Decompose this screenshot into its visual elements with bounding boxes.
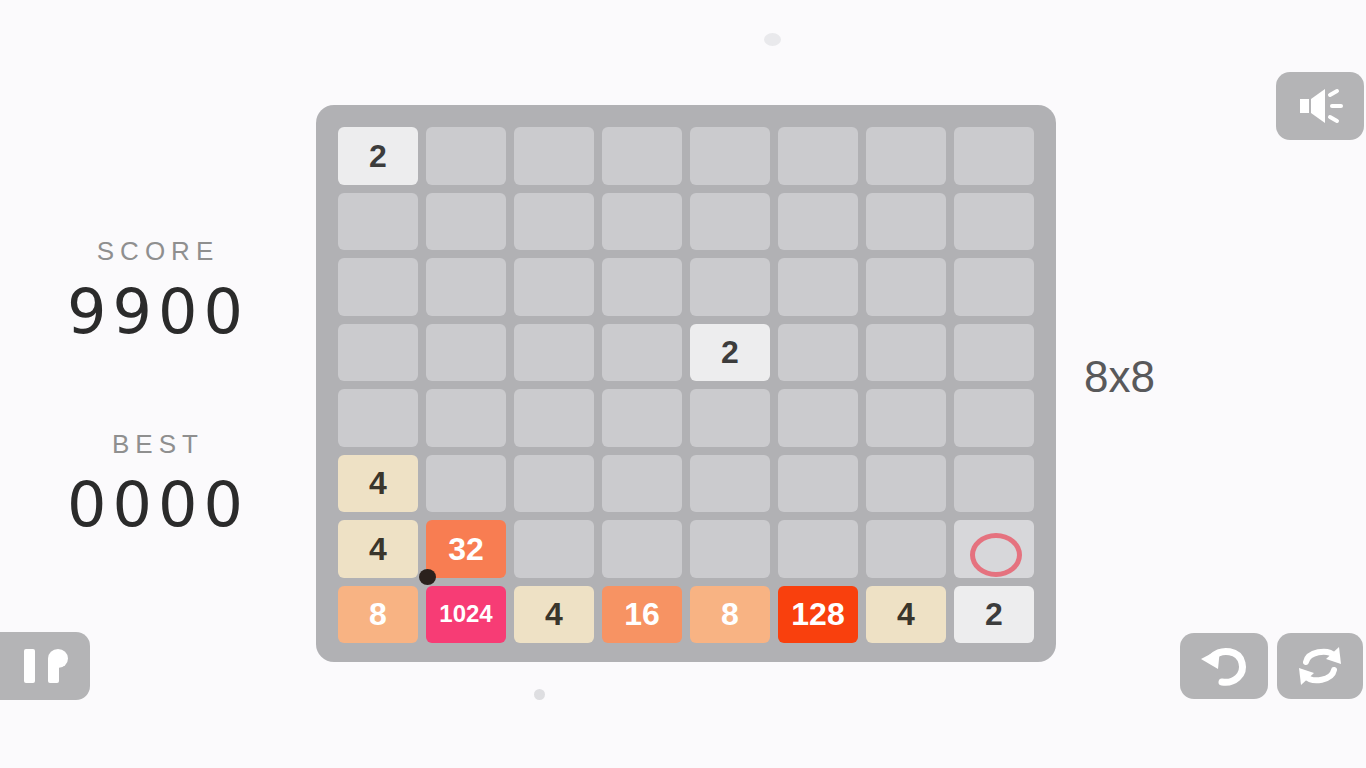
empty-cell <box>778 127 858 185</box>
best-value: 0000 <box>8 474 308 536</box>
undo-arrow-icon <box>1198 644 1250 688</box>
score-value: 9900 <box>8 281 308 343</box>
empty-cell <box>602 193 682 251</box>
empty-cell <box>426 324 506 382</box>
speaker-sound-icon <box>1296 86 1344 126</box>
background-speck <box>534 689 545 700</box>
touch-pointer-dot-icon <box>419 569 436 585</box>
empty-cell <box>690 258 770 316</box>
empty-cell <box>514 520 594 578</box>
empty-cell <box>690 455 770 513</box>
pause-icon <box>8 649 68 683</box>
tile-1024: 1024 <box>426 586 506 644</box>
empty-cell <box>602 258 682 316</box>
game-screen: SCORE 9900 BEST 0000 2244328102441681284… <box>0 0 1366 768</box>
empty-cell <box>866 324 946 382</box>
empty-cell <box>602 520 682 578</box>
empty-cell <box>426 258 506 316</box>
empty-cell <box>954 389 1034 447</box>
undo-button[interactable] <box>1180 633 1268 699</box>
empty-cell <box>690 389 770 447</box>
tile-2: 2 <box>338 127 418 185</box>
empty-cell <box>426 389 506 447</box>
empty-cell <box>954 193 1034 251</box>
tile-4: 4 <box>338 520 418 578</box>
empty-cell <box>778 389 858 447</box>
empty-cell <box>778 324 858 382</box>
empty-cell <box>954 455 1034 513</box>
empty-cell <box>866 520 946 578</box>
empty-cell <box>778 520 858 578</box>
empty-cell <box>514 324 594 382</box>
tile-4: 4 <box>514 586 594 644</box>
score-panel: SCORE 9900 BEST 0000 <box>8 236 308 536</box>
pause-button[interactable] <box>0 632 90 700</box>
empty-cell <box>514 127 594 185</box>
empty-cell <box>338 258 418 316</box>
empty-cell <box>954 324 1034 382</box>
empty-cell <box>426 193 506 251</box>
empty-cell <box>954 127 1034 185</box>
empty-cell <box>514 389 594 447</box>
tile-grid: 22443281024416812842 <box>338 127 1034 643</box>
empty-cell <box>778 258 858 316</box>
empty-cell <box>866 258 946 316</box>
tile-8: 8 <box>338 586 418 644</box>
empty-cell <box>514 455 594 513</box>
best-label: BEST <box>8 429 308 460</box>
empty-cell <box>866 193 946 251</box>
empty-cell <box>866 455 946 513</box>
score-label: SCORE <box>8 236 308 267</box>
restart-cycle-icon <box>1294 643 1346 689</box>
empty-cell <box>514 258 594 316</box>
empty-cell <box>778 193 858 251</box>
empty-cell <box>514 193 594 251</box>
empty-cell <box>690 127 770 185</box>
tile-128: 128 <box>778 586 858 644</box>
restart-button[interactable] <box>1277 633 1363 699</box>
empty-cell <box>338 193 418 251</box>
empty-cell <box>866 127 946 185</box>
touch-ring-indicator <box>970 533 1022 577</box>
empty-cell <box>954 258 1034 316</box>
board-size-label: 8x8 <box>1084 352 1155 402</box>
empty-cell <box>426 455 506 513</box>
tile-2: 2 <box>690 324 770 382</box>
empty-cell <box>602 389 682 447</box>
empty-cell <box>338 324 418 382</box>
tile-2: 2 <box>954 586 1034 644</box>
empty-cell <box>338 389 418 447</box>
empty-cell <box>778 455 858 513</box>
tile-32: 32 <box>426 520 506 578</box>
tile-8: 8 <box>690 586 770 644</box>
tile-4: 4 <box>866 586 946 644</box>
sound-button[interactable] <box>1276 72 1364 140</box>
tile-4: 4 <box>338 455 418 513</box>
empty-cell <box>602 455 682 513</box>
empty-cell <box>866 389 946 447</box>
background-speck <box>764 33 781 46</box>
empty-cell <box>426 127 506 185</box>
empty-cell <box>690 193 770 251</box>
empty-cell <box>602 324 682 382</box>
empty-cell <box>690 520 770 578</box>
tile-16: 16 <box>602 586 682 644</box>
empty-cell <box>602 127 682 185</box>
